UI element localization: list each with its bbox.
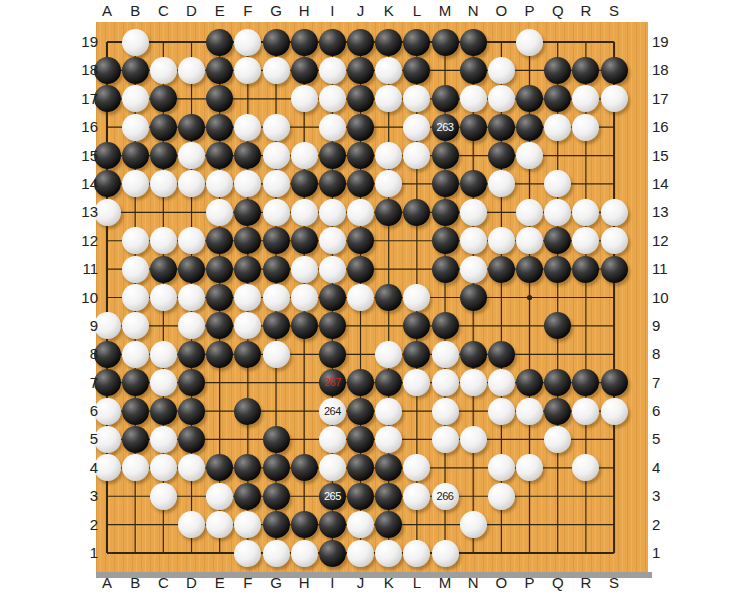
- stone-white-K8[interactable]: [375, 341, 402, 368]
- stone-black-K3[interactable]: [375, 483, 402, 510]
- col-label-top-N: N: [459, 3, 487, 19]
- stone-black-G4[interactable]: [263, 454, 290, 481]
- col-label-bottom-S: S: [600, 575, 628, 591]
- row-label-left-17: 17: [58, 91, 98, 107]
- col-label-bottom-A: A: [93, 575, 121, 591]
- stone-white-J10[interactable]: [347, 284, 374, 311]
- row-label-right-17: 17: [652, 91, 682, 107]
- stone-white-G13[interactable]: [263, 199, 290, 226]
- stone-black-O15[interactable]: [488, 142, 515, 169]
- stone-black-R11[interactable]: [572, 256, 599, 283]
- stone-black-G5[interactable]: [263, 426, 290, 453]
- stone-white-B19[interactable]: [122, 29, 149, 56]
- stone-black-M19[interactable]: [432, 29, 459, 56]
- row-label-right-1: 1: [652, 545, 682, 561]
- row-label-left-1: 1: [58, 545, 98, 561]
- stone-white-N5[interactable]: [460, 426, 487, 453]
- stone-black-J3[interactable]: [347, 483, 374, 510]
- stone-black-J15[interactable]: [347, 142, 374, 169]
- row-label-left-19: 19: [58, 34, 98, 50]
- stone-black-O8[interactable]: [488, 341, 515, 368]
- stone-white-L1[interactable]: [403, 540, 430, 567]
- row-label-left-10: 10: [58, 290, 98, 306]
- col-label-top-D: D: [178, 3, 206, 19]
- stone-black-M14[interactable]: [432, 170, 459, 197]
- stone-white-R6[interactable]: [572, 398, 599, 425]
- stone-white-O7[interactable]: [488, 369, 515, 396]
- stone-white-S13[interactable]: [601, 199, 628, 226]
- col-label-bottom-D: D: [178, 575, 206, 591]
- stone-black-M9[interactable]: [432, 312, 459, 339]
- stone-white-I18[interactable]: [319, 57, 346, 84]
- stone-black-O11[interactable]: [488, 256, 515, 283]
- stone-black-C6[interactable]: [150, 398, 177, 425]
- move-number-label: 264: [324, 406, 341, 417]
- stone-white-Q13[interactable]: [544, 199, 571, 226]
- stone-black-J5[interactable]: [347, 426, 374, 453]
- row-label-left-3: 3: [58, 488, 98, 504]
- row-label-right-6: 6: [652, 403, 682, 419]
- stone-black-G9[interactable]: [263, 312, 290, 339]
- stone-white-L3[interactable]: [403, 483, 430, 510]
- col-label-bottom-I: I: [318, 575, 346, 591]
- stone-black-Q11[interactable]: [544, 256, 571, 283]
- stone-black-S7[interactable]: [601, 369, 628, 396]
- stone-white-O6[interactable]: [488, 398, 515, 425]
- stone-white-H13[interactable]: [291, 199, 318, 226]
- col-label-top-M: M: [431, 3, 459, 19]
- stone-black-K10[interactable]: [375, 284, 402, 311]
- stone-white-N13[interactable]: [460, 199, 487, 226]
- col-label-bottom-R: R: [572, 575, 600, 591]
- stone-white-C12[interactable]: [150, 227, 177, 254]
- stone-white-B17[interactable]: [122, 85, 149, 112]
- row-label-left-5: 5: [58, 431, 98, 447]
- last-move-number-label: 267: [324, 377, 341, 388]
- row-label-right-19: 19: [652, 34, 682, 50]
- row-label-left-8: 8: [58, 346, 98, 362]
- stone-black-J6[interactable]: [347, 398, 374, 425]
- stone-black-K19[interactable]: [375, 29, 402, 56]
- stone-white-B4[interactable]: [122, 454, 149, 481]
- col-label-top-L: L: [403, 3, 431, 19]
- col-label-top-J: J: [347, 3, 375, 19]
- go-game-screenshot: 263267264265266 AABBCCDDEEFFGGHHIIJJKKLL…: [0, 0, 738, 594]
- stone-black-G2[interactable]: [263, 511, 290, 538]
- stone-black-F11[interactable]: [234, 256, 261, 283]
- stone-white-I16[interactable]: [319, 114, 346, 141]
- stone-white-G8[interactable]: [263, 341, 290, 368]
- col-label-top-Q: Q: [544, 3, 572, 19]
- col-label-bottom-Q: Q: [544, 575, 572, 591]
- stone-black-I19[interactable]: [319, 29, 346, 56]
- stone-black-D8[interactable]: [178, 341, 205, 368]
- stone-white-B14[interactable]: [122, 170, 149, 197]
- col-label-bottom-L: L: [403, 575, 431, 591]
- stone-white-I13[interactable]: [319, 199, 346, 226]
- row-label-right-10: 10: [652, 290, 682, 306]
- row-label-right-15: 15: [652, 148, 682, 164]
- row-label-right-8: 8: [652, 346, 682, 362]
- stone-white-O18[interactable]: [488, 57, 515, 84]
- col-label-bottom-H: H: [290, 575, 318, 591]
- stone-black-B15[interactable]: [122, 142, 149, 169]
- stone-black-I10[interactable]: [319, 284, 346, 311]
- stone-white-D15[interactable]: [178, 142, 205, 169]
- col-label-bottom-F: F: [234, 575, 262, 591]
- stone-white-H10[interactable]: [291, 284, 318, 311]
- row-label-right-5: 5: [652, 431, 682, 447]
- stone-white-B8[interactable]: [122, 341, 149, 368]
- stone-black-K13[interactable]: [375, 199, 402, 226]
- col-label-top-I: I: [318, 3, 346, 19]
- stone-white-H17[interactable]: [291, 85, 318, 112]
- stone-white-K1[interactable]: [375, 540, 402, 567]
- stone-black-I3[interactable]: 265: [319, 483, 346, 510]
- stone-white-B11[interactable]: [122, 256, 149, 283]
- stone-white-R16[interactable]: [572, 114, 599, 141]
- stone-white-D10[interactable]: [178, 284, 205, 311]
- stone-white-H1[interactable]: [291, 540, 318, 567]
- stone-black-F6[interactable]: [234, 398, 261, 425]
- stone-white-S12[interactable]: [601, 227, 628, 254]
- row-label-left-18: 18: [58, 62, 98, 78]
- stone-black-B6[interactable]: [122, 398, 149, 425]
- stone-white-M6[interactable]: [432, 398, 459, 425]
- stone-black-C17[interactable]: [150, 85, 177, 112]
- stone-white-O3[interactable]: [488, 483, 515, 510]
- col-label-bottom-J: J: [347, 575, 375, 591]
- stone-white-K6[interactable]: [375, 398, 402, 425]
- star-point-P10: [527, 295, 532, 300]
- stone-white-N2[interactable]: [460, 511, 487, 538]
- stone-black-F13[interactable]: [234, 199, 261, 226]
- stone-white-N7[interactable]: [460, 369, 487, 396]
- stone-black-I1[interactable]: [319, 540, 346, 567]
- col-label-top-R: R: [572, 3, 600, 19]
- stone-black-M12[interactable]: [432, 227, 459, 254]
- stone-black-J18[interactable]: [347, 57, 374, 84]
- stone-white-M5[interactable]: [432, 426, 459, 453]
- stone-white-J2[interactable]: [347, 511, 374, 538]
- col-label-bottom-P: P: [516, 575, 544, 591]
- row-label-left-15: 15: [58, 148, 98, 164]
- stone-white-N17[interactable]: [460, 85, 487, 112]
- stone-white-I5[interactable]: [319, 426, 346, 453]
- stone-black-E11[interactable]: [206, 256, 233, 283]
- stone-white-P15[interactable]: [516, 142, 543, 169]
- stone-black-H14[interactable]: [291, 170, 318, 197]
- stone-black-N8[interactable]: [460, 341, 487, 368]
- stone-white-I6[interactable]: 264: [319, 398, 346, 425]
- col-label-top-E: E: [206, 3, 234, 19]
- stone-black-N16[interactable]: [460, 114, 487, 141]
- stone-black-H12[interactable]: [291, 227, 318, 254]
- stone-white-P19[interactable]: [516, 29, 543, 56]
- row-label-left-6: 6: [58, 403, 98, 419]
- stone-white-S17[interactable]: [601, 85, 628, 112]
- col-label-top-K: K: [375, 3, 403, 19]
- stone-black-N18[interactable]: [460, 57, 487, 84]
- stone-white-B16[interactable]: [122, 114, 149, 141]
- stone-black-G3[interactable]: [263, 483, 290, 510]
- stone-white-C7[interactable]: [150, 369, 177, 396]
- stone-white-H11[interactable]: [291, 256, 318, 283]
- stone-white-E3[interactable]: [206, 483, 233, 510]
- stone-black-H4[interactable]: [291, 454, 318, 481]
- stone-white-B12[interactable]: [122, 227, 149, 254]
- stone-white-L16[interactable]: [403, 114, 430, 141]
- stone-white-G10[interactable]: [263, 284, 290, 311]
- col-label-top-G: G: [262, 3, 290, 19]
- stone-black-M15[interactable]: [432, 142, 459, 169]
- stone-black-H19[interactable]: [291, 29, 318, 56]
- row-label-right-12: 12: [652, 233, 682, 249]
- stone-white-N11[interactable]: [460, 256, 487, 283]
- stone-black-L8[interactable]: [403, 341, 430, 368]
- stone-white-C10[interactable]: [150, 284, 177, 311]
- col-label-top-P: P: [516, 3, 544, 19]
- row-label-left-2: 2: [58, 517, 98, 533]
- stone-black-F8[interactable]: [234, 341, 261, 368]
- stone-black-L13[interactable]: [403, 199, 430, 226]
- stone-black-M13[interactable]: [432, 199, 459, 226]
- stone-black-N14[interactable]: [460, 170, 487, 197]
- col-label-bottom-C: C: [149, 575, 177, 591]
- stone-black-D16[interactable]: [178, 114, 205, 141]
- stone-white-J13[interactable]: [347, 199, 374, 226]
- stone-white-G18[interactable]: [263, 57, 290, 84]
- stone-black-J19[interactable]: [347, 29, 374, 56]
- stone-white-C4[interactable]: [150, 454, 177, 481]
- stone-black-D5[interactable]: [178, 426, 205, 453]
- stone-white-G14[interactable]: [263, 170, 290, 197]
- move-number-label: 263: [437, 122, 454, 133]
- stone-white-I11[interactable]: [319, 256, 346, 283]
- stone-white-F1[interactable]: [234, 540, 261, 567]
- stone-black-I2[interactable]: [319, 511, 346, 538]
- row-label-left-13: 13: [58, 204, 98, 220]
- col-label-top-A: A: [93, 3, 121, 19]
- stone-white-G15[interactable]: [263, 142, 290, 169]
- stone-black-J7[interactable]: [347, 369, 374, 396]
- stone-black-G12[interactable]: [263, 227, 290, 254]
- goban: 263267264265266: [96, 22, 648, 572]
- stone-black-S11[interactable]: [601, 256, 628, 283]
- stone-black-D11[interactable]: [178, 256, 205, 283]
- stone-black-N10[interactable]: [460, 284, 487, 311]
- stone-black-J16[interactable]: [347, 114, 374, 141]
- col-label-top-O: O: [487, 3, 515, 19]
- col-label-top-C: C: [149, 3, 177, 19]
- stone-white-C5[interactable]: [150, 426, 177, 453]
- stone-black-C16[interactable]: [150, 114, 177, 141]
- row-label-left-12: 12: [58, 233, 98, 249]
- stone-white-F16[interactable]: [234, 114, 261, 141]
- stone-white-C8[interactable]: [150, 341, 177, 368]
- stone-black-N19[interactable]: [460, 29, 487, 56]
- stone-white-I12[interactable]: [319, 227, 346, 254]
- stone-black-B5[interactable]: [122, 426, 149, 453]
- row-label-right-9: 9: [652, 318, 682, 334]
- move-number-label: 266: [437, 491, 454, 502]
- stone-white-Q16[interactable]: [544, 114, 571, 141]
- row-label-right-2: 2: [652, 517, 682, 533]
- row-label-left-7: 7: [58, 375, 98, 391]
- col-label-bottom-N: N: [459, 575, 487, 591]
- stone-white-J1[interactable]: [347, 540, 374, 567]
- row-label-right-4: 4: [652, 460, 682, 476]
- stone-black-S18[interactable]: [601, 57, 628, 84]
- row-label-left-4: 4: [58, 460, 98, 476]
- stone-white-S6[interactable]: [601, 398, 628, 425]
- stone-black-M11[interactable]: [432, 256, 459, 283]
- col-label-bottom-B: B: [121, 575, 149, 591]
- stone-white-C3[interactable]: [150, 483, 177, 510]
- stone-black-B18[interactable]: [122, 57, 149, 84]
- stone-white-P13[interactable]: [516, 199, 543, 226]
- stone-white-C18[interactable]: [150, 57, 177, 84]
- stone-white-F19[interactable]: [234, 29, 261, 56]
- col-label-top-H: H: [290, 3, 318, 19]
- row-label-right-16: 16: [652, 119, 682, 135]
- stone-white-N12[interactable]: [460, 227, 487, 254]
- stone-white-D18[interactable]: [178, 57, 205, 84]
- stone-black-I7[interactable]: 267: [319, 369, 346, 396]
- stone-white-B9[interactable]: [122, 312, 149, 339]
- row-label-left-9: 9: [58, 318, 98, 334]
- stone-white-G1[interactable]: [263, 540, 290, 567]
- stone-white-P6[interactable]: [516, 398, 543, 425]
- row-label-right-3: 3: [652, 488, 682, 504]
- stone-white-B10[interactable]: [122, 284, 149, 311]
- stone-black-E18[interactable]: [206, 57, 233, 84]
- stone-white-G16[interactable]: [263, 114, 290, 141]
- row-label-left-16: 16: [58, 119, 98, 135]
- row-label-left-14: 14: [58, 176, 98, 192]
- stone-black-G11[interactable]: [263, 256, 290, 283]
- stone-white-E13[interactable]: [206, 199, 233, 226]
- stone-black-G19[interactable]: [263, 29, 290, 56]
- stone-white-O12[interactable]: [488, 227, 515, 254]
- stone-white-H15[interactable]: [291, 142, 318, 169]
- stone-black-M16[interactable]: 263: [432, 114, 459, 141]
- stone-white-O17[interactable]: [488, 85, 515, 112]
- stone-black-M17[interactable]: [432, 85, 459, 112]
- row-label-right-7: 7: [652, 375, 682, 391]
- row-label-right-13: 13: [652, 204, 682, 220]
- stone-black-C15[interactable]: [150, 142, 177, 169]
- stone-white-I17[interactable]: [319, 85, 346, 112]
- stone-white-K5[interactable]: [375, 426, 402, 453]
- stone-black-E10[interactable]: [206, 284, 233, 311]
- stone-black-H18[interactable]: [291, 57, 318, 84]
- stone-white-M7[interactable]: [432, 369, 459, 396]
- row-label-right-18: 18: [652, 62, 682, 78]
- stone-black-I15[interactable]: [319, 142, 346, 169]
- stone-black-B7[interactable]: [122, 369, 149, 396]
- stone-black-P11[interactable]: [516, 256, 543, 283]
- stone-white-I4[interactable]: [319, 454, 346, 481]
- stone-white-D2[interactable]: [178, 511, 205, 538]
- col-label-bottom-K: K: [375, 575, 403, 591]
- stone-black-Q6[interactable]: [544, 398, 571, 425]
- stone-black-D7[interactable]: [178, 369, 205, 396]
- col-label-top-S: S: [600, 3, 628, 19]
- stone-white-Q5[interactable]: [544, 426, 571, 453]
- stone-black-I8[interactable]: [319, 341, 346, 368]
- stone-black-F3[interactable]: [234, 483, 261, 510]
- col-label-bottom-O: O: [487, 575, 515, 591]
- stone-black-O16[interactable]: [488, 114, 515, 141]
- stone-black-D6[interactable]: [178, 398, 205, 425]
- stone-white-M1[interactable]: [432, 540, 459, 567]
- stone-white-M8[interactable]: [432, 341, 459, 368]
- row-label-right-11: 11: [652, 261, 682, 277]
- stone-white-K18[interactable]: [375, 57, 402, 84]
- col-label-bottom-G: G: [262, 575, 290, 591]
- stone-black-C11[interactable]: [150, 256, 177, 283]
- stone-white-R13[interactable]: [572, 199, 599, 226]
- stone-black-H2[interactable]: [291, 511, 318, 538]
- col-label-top-B: B: [121, 3, 149, 19]
- stone-black-E8[interactable]: [206, 341, 233, 368]
- stone-black-H9[interactable]: [291, 312, 318, 339]
- stone-black-J11[interactable]: [347, 256, 374, 283]
- row-label-right-14: 14: [652, 176, 682, 192]
- stone-black-E16[interactable]: [206, 114, 233, 141]
- col-label-bottom-M: M: [431, 575, 459, 591]
- row-label-left-11: 11: [58, 261, 98, 277]
- stone-black-P16[interactable]: [516, 114, 543, 141]
- col-label-bottom-E: E: [206, 575, 234, 591]
- stone-black-E19[interactable]: [206, 29, 233, 56]
- stone-black-L19[interactable]: [403, 29, 430, 56]
- stone-white-M3[interactable]: 266: [432, 483, 459, 510]
- col-label-top-F: F: [234, 3, 262, 19]
- move-number-label: 265: [324, 491, 341, 502]
- stone-black-Q18[interactable]: [544, 57, 571, 84]
